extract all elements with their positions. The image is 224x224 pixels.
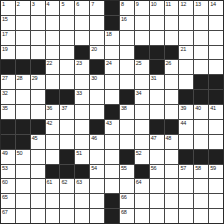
cell-r13c15[interactable] <box>209 179 223 193</box>
cell-r15c1[interactable]: 67 <box>1 209 15 223</box>
cell-r10c8[interactable] <box>105 135 119 149</box>
cell-r5c12[interactable]: 26 <box>165 60 179 74</box>
cell-r15c15[interactable] <box>209 209 223 223</box>
black-cell-r15c8 <box>105 209 119 223</box>
cell-r14c9[interactable]: 66 <box>120 194 134 208</box>
cell-r5c14[interactable] <box>194 60 208 74</box>
clue-number: 10 <box>151 1 157 7</box>
black-cell-r11c5 <box>60 150 74 164</box>
cell-r13c1[interactable]: 60 <box>1 179 15 193</box>
black-cell-r4c11 <box>150 46 164 60</box>
cell-r6c10[interactable] <box>135 75 149 89</box>
cell-r10c10[interactable] <box>135 135 149 149</box>
clue-number: 49 <box>2 150 8 156</box>
clue-number: 58 <box>195 165 201 171</box>
black-cell-r10c1 <box>1 135 15 149</box>
cell-r1c9[interactable]: 8 <box>120 1 134 15</box>
cell-r6c3[interactable]: 29 <box>31 75 45 89</box>
black-cell-r6c14 <box>194 75 208 89</box>
clue-number: 43 <box>106 120 112 126</box>
black-cell-r9c3 <box>31 120 45 134</box>
cell-r6c9[interactable] <box>120 75 134 89</box>
black-cell-r4c12 <box>165 46 179 60</box>
cell-r8c6[interactable] <box>75 105 89 119</box>
cell-r1c6[interactable]: 6 <box>75 1 89 15</box>
cell-r2c12[interactable] <box>165 16 179 30</box>
black-cell-r7c9 <box>120 90 134 104</box>
cell-r1c13[interactable]: 12 <box>179 1 193 15</box>
clue-number: 63 <box>76 179 82 185</box>
cell-r14c13[interactable] <box>179 194 193 208</box>
cell-r10c9[interactable] <box>120 135 134 149</box>
cell-r8c5[interactable]: 37 <box>60 105 74 119</box>
clue-number: 56 <box>151 165 157 171</box>
crossword-grid: 1234567891011121314151617181920212223242… <box>0 0 224 224</box>
cell-r13c11[interactable] <box>150 179 164 193</box>
cell-r8c9[interactable]: 38 <box>120 105 134 119</box>
cell-r5c8[interactable]: 24 <box>105 60 119 74</box>
cell-r15c6[interactable] <box>75 209 89 223</box>
cell-r15c5[interactable] <box>60 209 74 223</box>
cell-r3c1[interactable]: 17 <box>1 31 15 45</box>
clue-number: 39 <box>180 105 186 111</box>
cell-r12c9[interactable]: 55 <box>120 165 134 179</box>
clue-number: 33 <box>76 90 82 96</box>
cell-r15c11[interactable] <box>150 209 164 223</box>
cell-r15c2[interactable] <box>16 209 30 223</box>
cell-r1c1[interactable]: 1 <box>1 1 15 15</box>
cell-r7c7[interactable] <box>90 90 104 104</box>
black-cell-r11c13 <box>179 150 193 164</box>
cell-r13c7[interactable] <box>90 179 104 193</box>
cell-r14c7[interactable] <box>90 194 104 208</box>
cell-r14c12[interactable] <box>165 194 179 208</box>
clue-number: 20 <box>91 46 97 52</box>
cell-r7c2[interactable] <box>16 90 30 104</box>
black-cell-r7c5 <box>60 90 74 104</box>
black-cell-r5c3 <box>31 60 45 74</box>
cell-r15c12[interactable] <box>165 209 179 223</box>
cell-r5c13[interactable] <box>179 60 193 74</box>
clue-number: 34 <box>136 90 142 96</box>
cell-r4c13[interactable]: 21 <box>179 46 193 60</box>
clue-number: 28 <box>17 75 23 81</box>
clue-number: 68 <box>121 209 127 215</box>
clue-number: 11 <box>166 1 171 7</box>
cell-r10c14[interactable] <box>194 135 208 149</box>
cell-r10c4[interactable] <box>46 135 60 149</box>
cell-r6c2[interactable]: 28 <box>16 75 30 89</box>
cell-r11c6[interactable]: 51 <box>75 150 89 164</box>
cell-r7c6[interactable]: 33 <box>75 90 89 104</box>
cell-r14c14[interactable] <box>194 194 208 208</box>
cell-r10c15[interactable] <box>209 135 223 149</box>
cell-r1c2[interactable]: 2 <box>16 1 30 15</box>
cell-r9c5[interactable] <box>60 120 74 134</box>
cell-r11c11[interactable] <box>150 150 164 164</box>
cell-r13c8[interactable] <box>105 179 119 193</box>
cell-r15c13[interactable] <box>179 209 193 223</box>
cell-r4c4[interactable] <box>46 46 60 60</box>
cell-r3c8[interactable]: 18 <box>105 31 119 45</box>
cell-r2c10[interactable] <box>135 16 149 30</box>
black-cell-r7c4 <box>46 90 60 104</box>
clue-number: 3 <box>32 1 35 7</box>
black-cell-r12c4 <box>46 165 60 179</box>
cell-r14c1[interactable]: 65 <box>1 194 15 208</box>
cell-r1c15[interactable]: 14 <box>209 1 223 15</box>
cell-r6c11[interactable]: 31 <box>150 75 164 89</box>
cell-r1c3[interactable]: 3 <box>31 1 45 15</box>
cell-r10c3[interactable]: 45 <box>31 135 45 149</box>
black-cell-r1c8 <box>105 1 119 15</box>
cell-r3c9[interactable] <box>120 31 134 45</box>
cell-r5c10[interactable]: 25 <box>135 60 149 74</box>
cell-r3c15[interactable] <box>209 31 223 45</box>
cell-r2c3[interactable] <box>31 16 45 30</box>
clue-number: 60 <box>2 179 8 185</box>
cell-r5c15[interactable] <box>209 60 223 74</box>
cell-r3c14[interactable] <box>194 31 208 45</box>
cell-r10c7[interactable]: 46 <box>90 135 104 149</box>
black-cell-r11c9 <box>120 150 134 164</box>
black-cell-r7c15 <box>209 90 223 104</box>
clue-number: 36 <box>47 105 53 111</box>
clue-number: 37 <box>61 105 67 111</box>
cell-r4c2[interactable] <box>16 46 30 60</box>
black-cell-r9c11 <box>150 120 164 134</box>
cell-r2c6[interactable] <box>75 16 89 30</box>
clue-number: 61 <box>47 179 53 185</box>
cell-r8c10[interactable] <box>135 105 149 119</box>
cell-r11c2[interactable]: 50 <box>16 150 30 164</box>
cell-r11c1[interactable]: 49 <box>1 150 15 164</box>
cell-r9c14[interactable] <box>194 120 208 134</box>
clue-number: 35 <box>2 105 8 111</box>
cell-r3c10[interactable] <box>135 31 149 45</box>
cell-r4c7[interactable]: 20 <box>90 46 104 60</box>
cell-r13c4[interactable]: 61 <box>46 179 60 193</box>
clue-number: 41 <box>210 105 216 111</box>
cell-r6c12[interactable] <box>165 75 179 89</box>
clue-number: 16 <box>121 16 127 22</box>
cell-r11c7[interactable] <box>90 150 104 164</box>
cell-r2c13[interactable] <box>179 16 193 30</box>
clue-number: 64 <box>136 179 142 185</box>
clue-number: 14 <box>210 1 216 7</box>
clue-number: 1 <box>2 1 5 7</box>
cell-r6c6[interactable] <box>75 75 89 89</box>
clue-number: 48 <box>166 135 172 141</box>
clue-number: 13 <box>195 1 201 7</box>
cell-r7c11[interactable] <box>150 90 164 104</box>
cell-r6c13[interactable] <box>179 75 193 89</box>
cell-r2c15[interactable] <box>209 16 223 30</box>
cell-r6c5[interactable] <box>60 75 74 89</box>
cell-r2c9[interactable]: 16 <box>120 16 134 30</box>
clue-number: 42 <box>47 120 53 126</box>
clue-number: 67 <box>2 209 8 215</box>
clue-number: 29 <box>32 75 38 81</box>
cell-r13c13[interactable] <box>179 179 193 193</box>
cell-r12c14[interactable]: 58 <box>194 165 208 179</box>
black-cell-r14c8 <box>105 194 119 208</box>
cell-r8c3[interactable] <box>31 105 45 119</box>
cell-r4c15[interactable] <box>209 46 223 60</box>
cell-r8c14[interactable]: 40 <box>194 105 208 119</box>
cell-r13c12[interactable] <box>165 179 179 193</box>
cell-r9c10[interactable] <box>135 120 149 134</box>
cell-r15c14[interactable] <box>194 209 208 223</box>
cell-r2c11[interactable] <box>150 16 164 30</box>
cell-r3c13[interactable] <box>179 31 193 45</box>
cell-r13c6[interactable]: 63 <box>75 179 89 193</box>
black-cell-r9c1 <box>1 120 15 134</box>
cell-r12c8[interactable] <box>105 165 119 179</box>
clue-number: 25 <box>136 60 142 66</box>
clue-number: 15 <box>2 16 8 22</box>
clue-number: 24 <box>106 60 112 66</box>
cell-r3c5[interactable] <box>60 31 74 45</box>
cell-r3c4[interactable] <box>46 31 60 45</box>
cell-r8c12[interactable] <box>165 105 179 119</box>
clue-number: 8 <box>121 1 124 7</box>
cell-r15c4[interactable] <box>46 209 60 223</box>
cell-r6c1[interactable]: 27 <box>1 75 15 89</box>
clue-number: 26 <box>166 60 172 66</box>
cell-r3c11[interactable] <box>150 31 164 45</box>
cell-r3c2[interactable] <box>16 31 30 45</box>
cell-r2c14[interactable] <box>194 16 208 30</box>
cell-r1c11[interactable]: 10 <box>150 1 164 15</box>
clue-number: 66 <box>121 194 127 200</box>
cell-r7c8[interactable] <box>105 90 119 104</box>
cell-r9c9[interactable] <box>120 120 134 134</box>
cell-r11c4[interactable] <box>46 150 60 164</box>
clue-number: 62 <box>61 179 67 185</box>
cell-r12c15[interactable]: 59 <box>209 165 223 179</box>
cell-r15c10[interactable] <box>135 209 149 223</box>
cell-r4c8[interactable] <box>105 46 119 60</box>
clue-number: 53 <box>2 165 8 171</box>
black-cell-r6c15 <box>209 75 223 89</box>
cell-r10c5[interactable] <box>60 135 74 149</box>
black-cell-r11c15 <box>209 150 223 164</box>
clue-number: 19 <box>2 46 8 52</box>
cell-r11c12[interactable] <box>165 150 179 164</box>
black-cell-r12c6 <box>75 165 89 179</box>
cell-r12c13[interactable]: 57 <box>179 165 193 179</box>
cell-r2c1[interactable]: 15 <box>1 16 15 30</box>
cell-r12c7[interactable]: 54 <box>90 165 104 179</box>
black-cell-r5c1 <box>1 60 15 74</box>
clue-number: 22 <box>47 60 53 66</box>
black-cell-r12c10 <box>135 165 149 179</box>
black-cell-r8c8 <box>105 105 119 119</box>
cell-r14c11[interactable] <box>150 194 164 208</box>
cell-r5c5[interactable] <box>60 60 74 74</box>
cell-r14c4[interactable] <box>46 194 60 208</box>
clue-number: 44 <box>180 120 186 126</box>
black-cell-r4c6 <box>75 46 89 60</box>
cell-r15c9[interactable]: 68 <box>120 209 134 223</box>
cell-r13c9[interactable] <box>120 179 134 193</box>
cell-r1c14[interactable]: 13 <box>194 1 208 15</box>
cell-r13c3[interactable] <box>31 179 45 193</box>
cell-r7c3[interactable] <box>31 90 45 104</box>
cell-r5c4[interactable]: 22 <box>46 60 60 74</box>
clue-number: 46 <box>91 135 97 141</box>
cell-r12c2[interactable] <box>16 165 30 179</box>
cell-r8c15[interactable]: 41 <box>209 105 223 119</box>
cell-r8c7[interactable] <box>90 105 104 119</box>
cell-r8c11[interactable] <box>150 105 164 119</box>
cell-r15c3[interactable] <box>31 209 45 223</box>
clue-number: 52 <box>136 150 142 156</box>
cell-r14c15[interactable] <box>209 194 223 208</box>
cell-r13c2[interactable] <box>16 179 30 193</box>
cell-r10c6[interactable] <box>75 135 89 149</box>
cell-r1c4[interactable]: 4 <box>46 1 60 15</box>
cell-r3c7[interactable] <box>90 31 104 45</box>
clue-number: 32 <box>2 90 8 96</box>
cell-r9c6[interactable] <box>75 120 89 134</box>
cell-r6c8[interactable] <box>105 75 119 89</box>
cell-r3c6[interactable] <box>75 31 89 45</box>
clue-number: 55 <box>121 165 127 171</box>
cell-r12c12[interactable] <box>165 165 179 179</box>
black-cell-r4c10 <box>135 46 149 60</box>
cell-r4c3[interactable] <box>31 46 45 60</box>
cell-r9c8[interactable]: 43 <box>105 120 119 134</box>
black-cell-r9c12 <box>165 120 179 134</box>
cell-r13c14[interactable] <box>194 179 208 193</box>
cell-r3c12[interactable] <box>165 31 179 45</box>
cell-r14c3[interactable] <box>31 194 45 208</box>
clue-number: 38 <box>121 105 127 111</box>
black-cell-r11c14 <box>194 150 208 164</box>
cell-r13c5[interactable]: 62 <box>60 179 74 193</box>
cell-r14c2[interactable] <box>16 194 30 208</box>
cell-r11c3[interactable] <box>31 150 45 164</box>
clue-number: 2 <box>17 1 20 7</box>
cell-r10c13[interactable] <box>179 135 193 149</box>
cell-r12c11[interactable]: 56 <box>150 165 164 179</box>
black-cell-r9c7 <box>90 120 104 134</box>
clue-number: 65 <box>2 194 8 200</box>
clue-number: 23 <box>76 60 82 66</box>
cell-r9c13[interactable]: 44 <box>179 120 193 134</box>
cell-r7c10[interactable]: 34 <box>135 90 149 104</box>
cell-r11c10[interactable]: 52 <box>135 150 149 164</box>
cell-r7c1[interactable]: 32 <box>1 90 15 104</box>
black-cell-r10c2 <box>16 135 30 149</box>
cell-r14c6[interactable] <box>75 194 89 208</box>
clue-number: 59 <box>210 165 216 171</box>
cell-r12c3[interactable] <box>31 165 45 179</box>
cell-r9c4[interactable]: 42 <box>46 120 60 134</box>
clue-number: 54 <box>91 165 97 171</box>
cell-r12c1[interactable]: 53 <box>1 165 15 179</box>
clue-number: 12 <box>180 1 186 7</box>
cell-r4c1[interactable]: 19 <box>1 46 15 60</box>
cell-r2c4[interactable] <box>46 16 60 30</box>
cell-r1c12[interactable]: 11 <box>165 1 179 15</box>
clue-number: 31 <box>151 75 157 81</box>
cell-r11c8[interactable] <box>105 150 119 164</box>
black-cell-r9c2 <box>16 120 30 134</box>
cell-r4c14[interactable] <box>194 46 208 60</box>
cell-r13c10[interactable]: 64 <box>135 179 149 193</box>
black-cell-r5c7 <box>90 60 104 74</box>
clue-number: 27 <box>2 75 8 81</box>
cell-r1c10[interactable]: 9 <box>135 1 149 15</box>
clue-number: 57 <box>180 165 186 171</box>
cell-r14c10[interactable] <box>135 194 149 208</box>
clue-number: 47 <box>151 135 157 141</box>
cell-r1c7[interactable]: 7 <box>90 1 104 15</box>
cell-r3c3[interactable] <box>31 31 45 45</box>
cell-r15c7[interactable] <box>90 209 104 223</box>
cell-r5c9[interactable] <box>120 60 134 74</box>
cell-r4c9[interactable] <box>120 46 134 60</box>
cell-r2c5[interactable] <box>60 16 74 30</box>
clue-number: 45 <box>32 135 38 141</box>
cell-r2c7[interactable] <box>90 16 104 30</box>
clue-number: 5 <box>61 1 64 7</box>
cell-r2c2[interactable] <box>16 16 30 30</box>
clue-number: 30 <box>91 75 97 81</box>
black-cell-r7c13 <box>179 90 193 104</box>
cell-r8c13[interactable]: 39 <box>179 105 193 119</box>
clue-number: 9 <box>136 1 139 7</box>
cell-r5c6[interactable]: 23 <box>75 60 89 74</box>
clue-number: 7 <box>91 1 94 7</box>
clue-number: 17 <box>2 31 8 37</box>
clue-number: 6 <box>76 1 79 7</box>
clue-number: 21 <box>180 46 186 52</box>
cell-r10c12[interactable]: 48 <box>165 135 179 149</box>
cell-r8c2[interactable] <box>16 105 30 119</box>
clue-number: 4 <box>47 1 50 7</box>
cell-r1c5[interactable]: 5 <box>60 1 74 15</box>
cell-r6c4[interactable] <box>46 75 60 89</box>
cell-r10c11[interactable]: 47 <box>150 135 164 149</box>
cell-r6c7[interactable]: 30 <box>90 75 104 89</box>
black-cell-r12c5 <box>60 165 74 179</box>
cell-r8c4[interactable]: 36 <box>46 105 60 119</box>
cell-r9c15[interactable] <box>209 120 223 134</box>
clue-number: 50 <box>17 150 23 156</box>
black-cell-r2c8 <box>105 16 119 30</box>
cell-r8c1[interactable]: 35 <box>1 105 15 119</box>
cell-r4c5[interactable] <box>60 46 74 60</box>
black-cell-r5c11 <box>150 60 164 74</box>
clue-number: 40 <box>195 105 201 111</box>
cell-r7c12[interactable] <box>165 90 179 104</box>
clue-number: 51 <box>76 150 82 156</box>
black-cell-r7c14 <box>194 90 208 104</box>
clue-number: 18 <box>106 31 112 37</box>
black-cell-r5c2 <box>16 60 30 74</box>
cell-r14c5[interactable] <box>60 194 74 208</box>
